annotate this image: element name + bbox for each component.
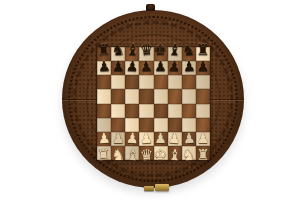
board-square[interactable] bbox=[111, 89, 125, 103]
chess-piece-dark-pawn[interactable]: ♟ bbox=[126, 59, 140, 74]
board-square[interactable] bbox=[97, 104, 111, 118]
board-square[interactable]: ♟ bbox=[139, 61, 153, 75]
board-square[interactable]: ♟ bbox=[182, 61, 196, 75]
board-square[interactable]: ♝ bbox=[168, 146, 182, 160]
chessboard[interactable]: ♜♞♝♛♚♝♞♜♟♟♟♟♟♟♟♟♟♟♟♟♟♟♟♟♜♞♝♛♚♝♞♜ bbox=[97, 47, 210, 160]
board-square[interactable]: ♟ bbox=[168, 132, 182, 146]
board-square[interactable] bbox=[97, 75, 111, 89]
chess-piece-light-pawn[interactable]: ♟ bbox=[168, 130, 182, 145]
board-square[interactable] bbox=[196, 89, 210, 103]
board-square[interactable]: ♟ bbox=[97, 132, 111, 146]
board-square[interactable]: ♟ bbox=[182, 132, 196, 146]
board-square[interactable] bbox=[182, 104, 196, 118]
board-square[interactable] bbox=[182, 89, 196, 103]
chess-piece-light-knight[interactable]: ♞ bbox=[182, 147, 196, 162]
board-square[interactable]: ♝ bbox=[125, 146, 139, 160]
chess-piece-light-pawn[interactable]: ♟ bbox=[197, 131, 210, 145]
chess-piece-dark-pawn[interactable]: ♟ bbox=[112, 59, 125, 73]
chess-piece-light-pawn[interactable]: ♟ bbox=[140, 130, 154, 145]
board-square[interactable]: ♟ bbox=[154, 132, 168, 146]
board-square[interactable]: ♟ bbox=[154, 61, 168, 75]
chess-piece-dark-bishop[interactable]: ♝ bbox=[167, 43, 181, 58]
chess-piece-dark-king[interactable]: ♚ bbox=[154, 43, 167, 57]
board-square[interactable] bbox=[139, 89, 153, 103]
chess-piece-light-rook[interactable]: ♜ bbox=[97, 147, 111, 162]
board-square[interactable]: ♜ bbox=[196, 146, 210, 160]
chess-piece-light-bishop[interactable]: ♝ bbox=[167, 147, 181, 162]
board-square[interactable]: ♟ bbox=[139, 132, 153, 146]
chess-piece-dark-pawn[interactable]: ♟ bbox=[168, 59, 182, 74]
chess-piece-dark-pawn[interactable]: ♟ bbox=[140, 59, 154, 74]
board-square[interactable] bbox=[196, 75, 210, 89]
board-square[interactable] bbox=[154, 104, 168, 118]
hinge-pin bbox=[146, 4, 155, 11]
clasp-plate bbox=[155, 184, 169, 191]
chess-piece-light-pawn[interactable]: ♟ bbox=[126, 130, 140, 145]
chess-piece-dark-knight[interactable]: ♞ bbox=[182, 43, 196, 58]
board-square[interactable] bbox=[168, 75, 182, 89]
board-square[interactable]: ♟ bbox=[111, 132, 125, 146]
brass-clasp[interactable] bbox=[142, 182, 170, 192]
board-square[interactable] bbox=[196, 104, 210, 118]
board-square[interactable] bbox=[111, 104, 125, 118]
chess-piece-dark-rook[interactable]: ♜ bbox=[196, 43, 209, 57]
board-square[interactable]: ♜ bbox=[97, 146, 111, 160]
chess-piece-dark-pawn[interactable]: ♟ bbox=[182, 59, 196, 74]
chess-piece-light-rook[interactable]: ♜ bbox=[196, 148, 209, 162]
chess-piece-dark-pawn[interactable]: ♟ bbox=[197, 59, 210, 73]
clasp-hook bbox=[144, 186, 154, 191]
board-square[interactable] bbox=[168, 104, 182, 118]
board-square[interactable] bbox=[154, 89, 168, 103]
board-square[interactable]: ♟ bbox=[196, 132, 210, 146]
board-square[interactable] bbox=[111, 75, 125, 89]
board-square[interactable] bbox=[125, 75, 139, 89]
board-square[interactable]: ♟ bbox=[125, 61, 139, 75]
photo-round-chess-set: ♜♞♝♛♚♝♞♜♟♟♟♟♟♟♟♟♟♟♟♟♟♟♟♟♜♞♝♛♚♝♞♜ bbox=[0, 0, 300, 200]
board-square[interactable] bbox=[139, 75, 153, 89]
board-square[interactable] bbox=[125, 104, 139, 118]
chess-piece-light-bishop[interactable]: ♝ bbox=[125, 147, 139, 162]
wooden-case: ♜♞♝♛♚♝♞♜♟♟♟♟♟♟♟♟♟♟♟♟♟♟♟♟♜♞♝♛♚♝♞♜ bbox=[62, 10, 244, 188]
board-square[interactable] bbox=[182, 75, 196, 89]
chess-piece-light-pawn[interactable]: ♟ bbox=[97, 130, 111, 145]
board-square[interactable] bbox=[125, 89, 139, 103]
board-square[interactable]: ♟ bbox=[111, 61, 125, 75]
board-square[interactable] bbox=[168, 89, 182, 103]
board-square[interactable]: ♞ bbox=[182, 146, 196, 160]
chess-piece-dark-pawn[interactable]: ♟ bbox=[97, 59, 111, 74]
board-square[interactable]: ♚ bbox=[154, 146, 168, 160]
board-square[interactable] bbox=[139, 104, 153, 118]
chess-piece-dark-knight[interactable]: ♞ bbox=[111, 43, 124, 57]
chess-piece-light-pawn[interactable]: ♟ bbox=[112, 131, 125, 145]
board-square[interactable]: ♟ bbox=[168, 61, 182, 75]
chess-piece-dark-pawn[interactable]: ♟ bbox=[154, 59, 167, 73]
board-square[interactable] bbox=[154, 75, 168, 89]
board-square[interactable]: ♛ bbox=[139, 146, 153, 160]
chess-piece-dark-rook[interactable]: ♜ bbox=[97, 43, 111, 58]
chess-piece-light-knight[interactable]: ♞ bbox=[111, 148, 124, 162]
chess-piece-light-king[interactable]: ♚ bbox=[154, 148, 167, 162]
board-square[interactable]: ♞ bbox=[111, 146, 125, 160]
chess-piece-light-queen[interactable]: ♛ bbox=[139, 147, 153, 162]
board-square[interactable]: ♟ bbox=[97, 61, 111, 75]
board-square[interactable]: ♟ bbox=[125, 132, 139, 146]
chess-piece-dark-bishop[interactable]: ♝ bbox=[125, 43, 139, 58]
chess-piece-light-pawn[interactable]: ♟ bbox=[182, 130, 196, 145]
board-square[interactable] bbox=[97, 89, 111, 103]
chess-piece-dark-queen[interactable]: ♛ bbox=[139, 43, 153, 58]
board-square[interactable]: ♟ bbox=[196, 61, 210, 75]
chess-piece-light-pawn[interactable]: ♟ bbox=[154, 131, 167, 145]
